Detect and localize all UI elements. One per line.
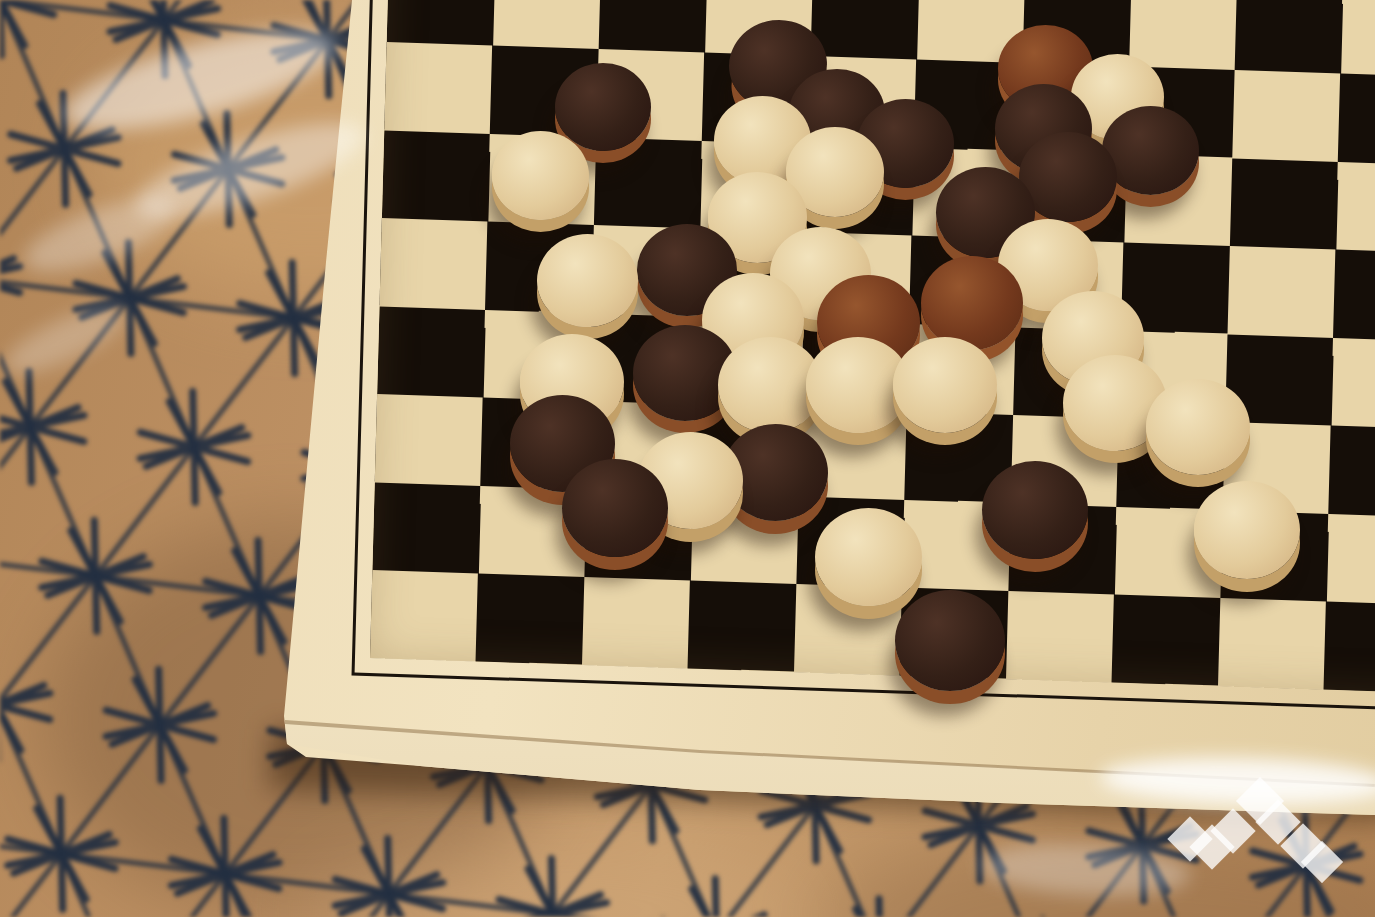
checker-piece-dark[interactable] (562, 459, 668, 557)
checker-piece-dark[interactable] (555, 63, 651, 151)
checker-piece-light[interactable] (492, 131, 589, 220)
checker-piece-dark[interactable] (982, 461, 1088, 559)
checker-piece-light[interactable] (1146, 379, 1250, 475)
checker-piece-light[interactable] (815, 508, 922, 606)
checker-piece-light[interactable] (537, 234, 638, 327)
photo-scene (0, 0, 1375, 917)
checker-piece-dark[interactable] (895, 590, 1005, 691)
checker-piece-light[interactable] (1194, 481, 1300, 579)
checker-piece-dark[interactable] (921, 256, 1023, 350)
checker-piece-light[interactable] (893, 337, 997, 433)
